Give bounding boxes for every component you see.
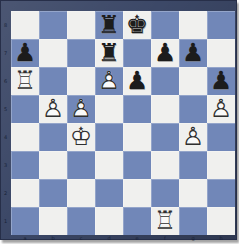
chess-board-frame: 87654321 abcdefgh ♜♚♟♜♟♟♜♖♟♙♟♟♟♙♟♙♟♙♚♔♟♙… [0, 0, 237, 240]
piece-black-pawn: ♟ [179, 39, 207, 67]
square-c3[interactable] [67, 151, 95, 179]
square-f1[interactable]: ♜♖ [151, 207, 179, 235]
piece-black-rook: ♜ [95, 11, 123, 39]
piece-white-rook: ♜♖ [11, 67, 39, 95]
file-label-e: e [123, 234, 151, 241]
piece-white-king: ♚♔ [67, 123, 95, 151]
square-d7[interactable]: ♜ [95, 39, 123, 67]
square-h3[interactable] [207, 151, 235, 179]
pawn-outline-glyph: ♙ [67, 95, 95, 123]
square-h8[interactable] [207, 11, 235, 39]
file-label-d: d [95, 234, 123, 241]
square-h6[interactable]: ♟ [207, 67, 235, 95]
file-label-h: h [207, 234, 235, 241]
piece-black-king: ♚ [123, 11, 151, 39]
pawn-outline-glyph: ♙ [207, 95, 235, 123]
square-c5[interactable]: ♟♙ [67, 95, 95, 123]
square-e4[interactable] [123, 123, 151, 151]
piece-black-pawn: ♟ [123, 67, 151, 95]
square-b5[interactable]: ♟♙ [39, 95, 67, 123]
square-c6[interactable] [67, 67, 95, 95]
piece-white-rook: ♜♖ [151, 207, 179, 235]
piece-white-pawn: ♟♙ [179, 123, 207, 151]
board-grid: ♜♚♟♜♟♟♜♖♟♙♟♟♟♙♟♙♟♙♚♔♟♙♜♖ [11, 11, 235, 235]
square-g5[interactable] [179, 95, 207, 123]
square-a8[interactable] [11, 11, 39, 39]
square-g7[interactable]: ♟ [179, 39, 207, 67]
square-d5[interactable] [95, 95, 123, 123]
pawn-outline-glyph: ♙ [179, 123, 207, 151]
square-e7[interactable] [123, 39, 151, 67]
rank-label-8: 8 [1, 11, 10, 39]
square-g4[interactable]: ♟♙ [179, 123, 207, 151]
rook-outline-glyph: ♖ [151, 207, 179, 235]
square-f7[interactable]: ♟ [151, 39, 179, 67]
square-c1[interactable] [67, 207, 95, 235]
file-label-a: a [11, 234, 39, 241]
square-c4[interactable]: ♚♔ [67, 123, 95, 151]
square-a3[interactable] [11, 151, 39, 179]
square-c7[interactable] [67, 39, 95, 67]
page: 87654321 abcdefgh ♜♚♟♜♟♟♜♖♟♙♟♟♟♙♟♙♟♙♚♔♟♙… [0, 0, 239, 244]
square-a2[interactable] [11, 179, 39, 207]
rank-label-7: 7 [1, 39, 10, 67]
square-e1[interactable] [123, 207, 151, 235]
rank-label-6: 6 [1, 67, 10, 95]
square-f5[interactable] [151, 95, 179, 123]
square-e2[interactable] [123, 179, 151, 207]
square-h1[interactable] [207, 207, 235, 235]
file-label-b: b [39, 234, 67, 241]
square-f2[interactable] [151, 179, 179, 207]
piece-white-pawn: ♟♙ [207, 95, 235, 123]
square-a6[interactable]: ♜♖ [11, 67, 39, 95]
piece-black-pawn: ♟ [11, 39, 39, 67]
square-g2[interactable] [179, 179, 207, 207]
piece-white-pawn: ♟♙ [39, 95, 67, 123]
piece-black-rook: ♜ [95, 39, 123, 67]
square-c8[interactable] [67, 11, 95, 39]
square-f4[interactable] [151, 123, 179, 151]
square-d2[interactable] [95, 179, 123, 207]
square-h7[interactable] [207, 39, 235, 67]
square-e5[interactable] [123, 95, 151, 123]
rank-label-4: 4 [1, 123, 10, 151]
file-label-c: c [67, 234, 95, 241]
square-d3[interactable] [95, 151, 123, 179]
square-e3[interactable] [123, 151, 151, 179]
pawn-outline-glyph: ♙ [39, 95, 67, 123]
square-b6[interactable] [39, 67, 67, 95]
file-label-f: f [151, 234, 179, 241]
square-h2[interactable] [207, 179, 235, 207]
square-b4[interactable] [39, 123, 67, 151]
king-outline-glyph: ♔ [67, 123, 95, 151]
square-b3[interactable] [39, 151, 67, 179]
piece-white-pawn: ♟♙ [67, 95, 95, 123]
square-b7[interactable] [39, 39, 67, 67]
square-h4[interactable] [207, 123, 235, 151]
square-f6[interactable] [151, 67, 179, 95]
square-g8[interactable] [179, 11, 207, 39]
piece-black-pawn: ♟ [207, 67, 235, 95]
square-b1[interactable] [39, 207, 67, 235]
rank-label-1: 1 [1, 207, 10, 235]
square-e6[interactable]: ♟ [123, 67, 151, 95]
rank-label-3: 3 [1, 151, 10, 179]
rank-labels: 87654321 [1, 11, 11, 235]
square-e8[interactable]: ♚ [123, 11, 151, 39]
rank-label-5: 5 [1, 95, 10, 123]
rook-outline-glyph: ♖ [11, 67, 39, 95]
file-label-g: g [179, 234, 207, 241]
square-g3[interactable] [179, 151, 207, 179]
square-d6[interactable]: ♟♙ [95, 67, 123, 95]
square-g1[interactable] [179, 207, 207, 235]
square-b8[interactable] [39, 11, 67, 39]
square-c2[interactable] [67, 179, 95, 207]
piece-black-pawn: ♟ [151, 39, 179, 67]
square-a7[interactable]: ♟ [11, 39, 39, 67]
square-d1[interactable] [95, 207, 123, 235]
square-f3[interactable] [151, 151, 179, 179]
square-b2[interactable] [39, 179, 67, 207]
square-a4[interactable] [11, 123, 39, 151]
rank-label-2: 2 [1, 179, 10, 207]
file-labels: abcdefgh [11, 234, 235, 241]
piece-white-pawn: ♟♙ [95, 67, 123, 95]
square-d8[interactable]: ♜ [95, 11, 123, 39]
pawn-outline-glyph: ♙ [95, 67, 123, 95]
square-g6[interactable] [179, 67, 207, 95]
square-a5[interactable] [11, 95, 39, 123]
square-h5[interactable]: ♟♙ [207, 95, 235, 123]
square-f8[interactable] [151, 11, 179, 39]
square-a1[interactable] [11, 207, 39, 235]
square-d4[interactable] [95, 123, 123, 151]
